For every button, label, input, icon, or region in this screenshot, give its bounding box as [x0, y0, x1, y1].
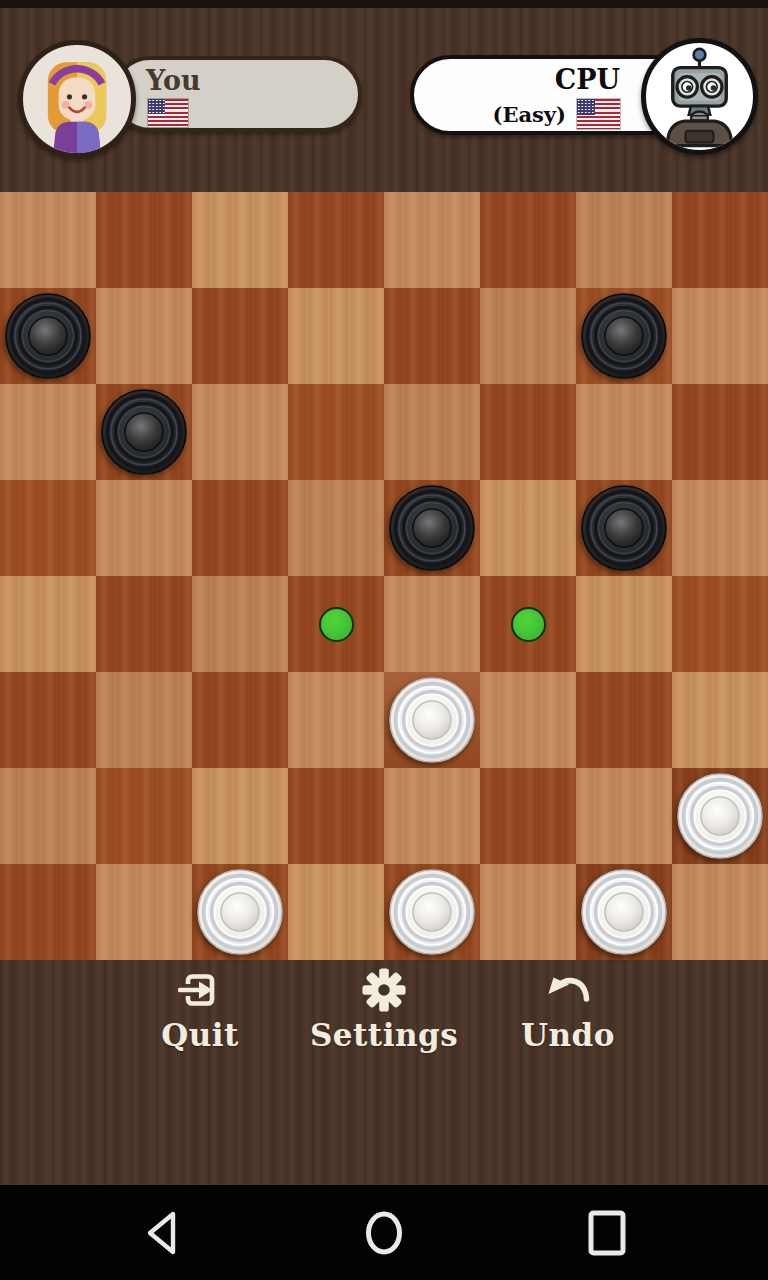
player-cpu-difficulty: (Easy): [492, 102, 566, 127]
square-r7c0-pdn29[interactable]: [0, 864, 96, 960]
player-cpu-name: CPU: [555, 64, 620, 95]
move-target-dot[interactable]: [511, 607, 546, 642]
white-checker-piece[interactable]: [676, 772, 764, 860]
square-r7c7: [672, 864, 768, 960]
settings-button[interactable]: Settings: [299, 966, 469, 1053]
square-r2c7-pdn12[interactable]: [672, 384, 768, 480]
square-r4c5-pdn19[interactable]: [480, 576, 576, 672]
square-r7c5: [480, 864, 576, 960]
square-r1c6-pdn8[interactable]: [576, 288, 672, 384]
square-r2c1-pdn9[interactable]: [96, 384, 192, 480]
square-r5c7: [672, 672, 768, 768]
move-target-dot[interactable]: [319, 607, 354, 642]
square-r0c7-pdn4[interactable]: [672, 192, 768, 288]
quit-label: Quit: [161, 1017, 239, 1053]
square-r1c4-pdn7[interactable]: [384, 288, 480, 384]
square-r6c3-pdn26[interactable]: [288, 768, 384, 864]
quit-button[interactable]: Quit: [115, 966, 285, 1053]
undo-label: Undo: [521, 1017, 615, 1053]
black-checker-piece[interactable]: [580, 484, 668, 572]
square-r4c6: [576, 576, 672, 672]
square-r5c2-pdn22[interactable]: [192, 672, 288, 768]
square-r0c4: [384, 192, 480, 288]
square-r1c3: [288, 288, 384, 384]
square-r4c3-pdn18[interactable]: [288, 576, 384, 672]
square-r1c7: [672, 288, 768, 384]
square-r4c7-pdn20[interactable]: [672, 576, 768, 672]
android-nav-bar: [0, 1185, 768, 1280]
square-r6c5-pdn27[interactable]: [480, 768, 576, 864]
square-r1c0-pdn5[interactable]: [0, 288, 96, 384]
square-r2c5-pdn11[interactable]: [480, 384, 576, 480]
square-r3c4-pdn15[interactable]: [384, 480, 480, 576]
square-r7c3: [288, 864, 384, 960]
square-r0c0: [0, 192, 96, 288]
black-checker-piece[interactable]: [580, 292, 668, 380]
white-checker-piece[interactable]: [580, 868, 668, 956]
player-you-name: You: [146, 65, 201, 96]
square-r6c6: [576, 768, 672, 864]
white-checker-piece-selected[interactable]: [388, 676, 476, 764]
white-checker-piece[interactable]: [196, 868, 284, 956]
girl-avatar-icon: [23, 45, 131, 153]
square-r1c5: [480, 288, 576, 384]
player-cpu-flag-us-icon: [577, 99, 620, 129]
square-r7c4-pdn31[interactable]: [384, 864, 480, 960]
status-bar: [0, 0, 768, 8]
black-checker-piece[interactable]: [4, 292, 92, 380]
settings-label: Settings: [310, 1017, 458, 1053]
black-checker-piece[interactable]: [100, 388, 188, 476]
square-r0c6: [576, 192, 672, 288]
square-r6c0: [0, 768, 96, 864]
square-r2c4: [384, 384, 480, 480]
square-r3c7: [672, 480, 768, 576]
square-r0c5-pdn3[interactable]: [480, 192, 576, 288]
square-r6c2: [192, 768, 288, 864]
player-you-plate: You: [112, 56, 362, 132]
square-r3c5: [480, 480, 576, 576]
square-r2c3-pdn10[interactable]: [288, 384, 384, 480]
exit-arrow-icon: [178, 966, 222, 1014]
undo-button[interactable]: Undo: [483, 966, 653, 1053]
checkers-board: [0, 192, 768, 960]
black-checker-piece[interactable]: [388, 484, 476, 572]
square-r3c3: [288, 480, 384, 576]
undo-arrow-icon: [545, 966, 591, 1014]
back-triangle-icon[interactable]: [132, 1185, 192, 1280]
square-r7c2-pdn30[interactable]: [192, 864, 288, 960]
square-r4c1-pdn17[interactable]: [96, 576, 192, 672]
player-you-flag-us-icon: [148, 99, 188, 127]
square-r3c2-pdn14[interactable]: [192, 480, 288, 576]
square-r6c7-pdn28[interactable]: [672, 768, 768, 864]
square-r4c0: [0, 576, 96, 672]
player-you-avatar: [18, 40, 136, 158]
square-r5c5: [480, 672, 576, 768]
square-r3c1: [96, 480, 192, 576]
white-checker-piece[interactable]: [388, 868, 476, 956]
square-r6c4: [384, 768, 480, 864]
square-r5c1: [96, 672, 192, 768]
square-r4c4: [384, 576, 480, 672]
checkers-app-screen: You CPU (Easy): [0, 0, 768, 1280]
square-r7c6-pdn32[interactable]: [576, 864, 672, 960]
square-r5c3: [288, 672, 384, 768]
square-r7c1: [96, 864, 192, 960]
square-r6c1-pdn25[interactable]: [96, 768, 192, 864]
square-r0c2: [192, 192, 288, 288]
square-r5c0-pdn21[interactable]: [0, 672, 96, 768]
square-r0c3-pdn2[interactable]: [288, 192, 384, 288]
robot-avatar-icon: [646, 43, 753, 150]
square-r0c1-pdn1[interactable]: [96, 192, 192, 288]
square-r2c2: [192, 384, 288, 480]
player-cpu-avatar: [641, 38, 758, 155]
square-r4c2: [192, 576, 288, 672]
square-r1c1: [96, 288, 192, 384]
recents-square-icon[interactable]: [577, 1185, 637, 1280]
square-r3c0-pdn13[interactable]: [0, 480, 96, 576]
square-r1c2-pdn6[interactable]: [192, 288, 288, 384]
square-r5c6-pdn24[interactable]: [576, 672, 672, 768]
square-r5c4-pdn23[interactable]: [384, 672, 480, 768]
square-r3c6-pdn16[interactable]: [576, 480, 672, 576]
gear-icon: [361, 966, 407, 1014]
home-circle-icon[interactable]: [354, 1185, 414, 1280]
square-r2c0: [0, 384, 96, 480]
square-r2c6: [576, 384, 672, 480]
